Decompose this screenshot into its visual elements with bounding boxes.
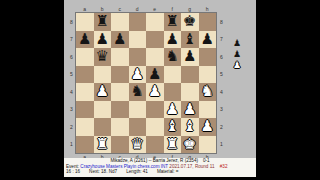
square-a1[interactable] <box>76 136 94 154</box>
square-g6[interactable]: ♟ <box>181 48 199 66</box>
black-pawn: ♟ <box>233 38 241 48</box>
square-c5[interactable] <box>111 66 129 84</box>
black-queen[interactable]: ♛ <box>96 49 109 64</box>
game-result: 0-1 <box>203 158 210 163</box>
coord-label: 7 <box>68 31 75 49</box>
coord-label: 3 <box>218 101 225 119</box>
square-g1[interactable]: ♚ <box>181 136 199 154</box>
square-e3[interactable] <box>146 101 164 119</box>
square-b3[interactable] <box>94 101 112 119</box>
coord-label: 5 <box>68 66 75 84</box>
game-caption-bar: Mikadze, A (2261) -- Barria Jerez, R (23… <box>64 158 256 177</box>
square-d1[interactable]: ♛ <box>129 136 147 154</box>
white-queen[interactable]: ♛ <box>131 137 144 152</box>
black-bishop[interactable]: ♝ <box>183 32 196 47</box>
square-a3[interactable] <box>76 101 94 119</box>
square-d8[interactable] <box>129 13 147 31</box>
coord-label: 3 <box>68 101 75 119</box>
white-king[interactable]: ♚ <box>183 137 196 152</box>
square-a7[interactable]: ♟ <box>76 31 94 49</box>
square-a5[interactable] <box>76 66 94 84</box>
square-e1[interactable] <box>146 136 164 154</box>
game-tag: #32 <box>220 164 228 169</box>
square-b2[interactable] <box>94 118 112 136</box>
coord-label: 4 <box>68 83 75 101</box>
square-h2[interactable]: ♟ <box>199 118 217 136</box>
coord-label: 8 <box>218 13 225 31</box>
black-pawn[interactable]: ♟ <box>113 32 126 47</box>
black-knight[interactable]: ♞ <box>131 84 144 99</box>
square-e2[interactable] <box>146 118 164 136</box>
square-b5[interactable] <box>94 66 112 84</box>
coord-label: g <box>181 6 199 12</box>
info-line: 16 : 16Next: 18. Nd7Length: 41Material: … <box>66 170 254 175</box>
square-f8[interactable]: ♜ <box>164 13 182 31</box>
square-h1[interactable] <box>199 136 217 154</box>
white-pawn[interactable]: ♟ <box>131 67 144 82</box>
square-c1[interactable] <box>111 136 129 154</box>
square-e8[interactable] <box>146 13 164 31</box>
white-knight[interactable]: ♞ <box>201 84 214 99</box>
coord-label: f <box>164 6 182 12</box>
coord-label: 1 <box>68 136 75 154</box>
square-c2[interactable] <box>111 118 129 136</box>
coord-label: c <box>111 6 129 12</box>
square-c3[interactable] <box>111 101 129 119</box>
video-frame: abcdefgh abcdefgh 87654321 87654321 ♜♜♚♟… <box>0 0 320 180</box>
white-rook[interactable]: ♜ <box>166 137 179 152</box>
square-h8[interactable] <box>199 13 217 31</box>
rank-labels-right: 87654321 <box>218 13 225 153</box>
square-a6[interactable] <box>76 48 94 66</box>
chess-board[interactable]: ♜♜♚♟♟♟♟♝♟♛♞♟♟♟♟♞♟♞♟♟♝♝♟♜♛♜♚ <box>76 13 216 153</box>
white-pawn[interactable]: ♟ <box>201 119 214 134</box>
coord-label: h <box>199 6 217 12</box>
coord-label: e <box>146 6 164 12</box>
white-pawn: ♟ <box>233 60 241 70</box>
black-rook[interactable]: ♜ <box>166 14 179 29</box>
white-pawn[interactable]: ♟ <box>183 102 196 117</box>
event-date-round: 2021.07.17, Round 11 <box>169 164 214 169</box>
info-token: 16 : 16 <box>66 170 80 175</box>
square-g2[interactable]: ♝ <box>181 118 199 136</box>
black-pawn: ♟ <box>233 49 241 59</box>
square-d6[interactable] <box>129 48 147 66</box>
square-b8[interactable]: ♜ <box>94 13 112 31</box>
square-a4[interactable] <box>76 83 94 101</box>
square-d4[interactable]: ♞ <box>129 83 147 101</box>
captured-pieces-tray: ♟♟♟ <box>230 38 244 70</box>
coord-label: 7 <box>218 31 225 49</box>
info-token: Material: = <box>157 170 179 175</box>
square-f1[interactable]: ♜ <box>164 136 182 154</box>
square-e7[interactable] <box>146 31 164 49</box>
square-e5[interactable]: ♟ <box>146 66 164 84</box>
coord-label: 2 <box>68 118 75 136</box>
black-pawn[interactable]: ♟ <box>148 67 161 82</box>
players-names: Mikadze, A (2261) -- Barria Jerez, R (23… <box>110 158 198 163</box>
white-pawn[interactable]: ♟ <box>166 102 179 117</box>
square-g8[interactable]: ♚ <box>181 13 199 31</box>
black-knight[interactable]: ♞ <box>166 49 179 64</box>
square-b6[interactable]: ♛ <box>94 48 112 66</box>
square-h6[interactable] <box>199 48 217 66</box>
black-pawn[interactable]: ♟ <box>183 49 196 64</box>
coord-label: d <box>129 6 147 12</box>
square-b1[interactable]: ♜ <box>94 136 112 154</box>
square-b7[interactable]: ♟ <box>94 31 112 49</box>
black-king[interactable]: ♚ <box>183 14 196 29</box>
event-link[interactable]: Crazyhouse Masters Playin chess.com INT <box>80 164 168 169</box>
square-d3[interactable] <box>129 101 147 119</box>
coord-label: 6 <box>218 48 225 66</box>
square-c6[interactable] <box>111 48 129 66</box>
coord-label: 1 <box>218 136 225 154</box>
square-f5[interactable] <box>164 66 182 84</box>
square-e4[interactable]: ♟ <box>146 83 164 101</box>
square-g5[interactable] <box>181 66 199 84</box>
black-pawn[interactable]: ♟ <box>166 32 179 47</box>
white-bishop[interactable]: ♝ <box>166 119 179 134</box>
square-d7[interactable] <box>129 31 147 49</box>
white-bishop[interactable]: ♝ <box>183 119 196 134</box>
square-g4[interactable] <box>181 83 199 101</box>
coord-label: 5 <box>218 66 225 84</box>
square-h3[interactable] <box>199 101 217 119</box>
coord-label: 6 <box>68 48 75 66</box>
square-c7[interactable]: ♟ <box>111 31 129 49</box>
square-f7[interactable]: ♟ <box>164 31 182 49</box>
event-label: Event: <box>66 164 79 169</box>
white-rook[interactable]: ♜ <box>96 137 109 152</box>
black-pawn[interactable]: ♟ <box>96 32 109 47</box>
info-token: Length: 41 <box>126 170 148 175</box>
square-h4[interactable]: ♞ <box>199 83 217 101</box>
white-pawn[interactable]: ♟ <box>148 84 161 99</box>
square-e6[interactable] <box>146 48 164 66</box>
square-a2[interactable] <box>76 118 94 136</box>
square-f3[interactable]: ♟ <box>164 101 182 119</box>
square-d5[interactable]: ♟ <box>129 66 147 84</box>
square-f6[interactable]: ♞ <box>164 48 182 66</box>
square-c4[interactable] <box>111 83 129 101</box>
coord-label: 4 <box>218 83 225 101</box>
square-h7[interactable]: ♟ <box>199 31 217 49</box>
square-g3[interactable]: ♟ <box>181 101 199 119</box>
white-pawn[interactable]: ♟ <box>96 84 109 99</box>
coord-label: 8 <box>68 13 75 31</box>
black-rook[interactable]: ♜ <box>96 14 109 29</box>
square-a8[interactable] <box>76 13 94 31</box>
coord-label: b <box>94 6 112 12</box>
coord-label: a <box>76 6 94 12</box>
rank-labels-left: 87654321 <box>68 13 75 153</box>
info-token: Next: 18. Nd7 <box>89 170 117 175</box>
square-b4[interactable]: ♟ <box>94 83 112 101</box>
square-f4[interactable] <box>164 83 182 101</box>
square-d2[interactable] <box>129 118 147 136</box>
square-c8[interactable] <box>111 13 129 31</box>
board-panel: abcdefgh abcdefgh 87654321 87654321 ♜♜♚♟… <box>64 0 256 177</box>
square-g7[interactable]: ♝ <box>181 31 199 49</box>
black-pawn[interactable]: ♟ <box>201 32 214 47</box>
black-pawn[interactable]: ♟ <box>78 32 91 47</box>
square-f2[interactable]: ♝ <box>164 118 182 136</box>
square-h5[interactable] <box>199 66 217 84</box>
file-labels-top: abcdefgh <box>76 6 216 12</box>
coord-label: 2 <box>218 118 225 136</box>
